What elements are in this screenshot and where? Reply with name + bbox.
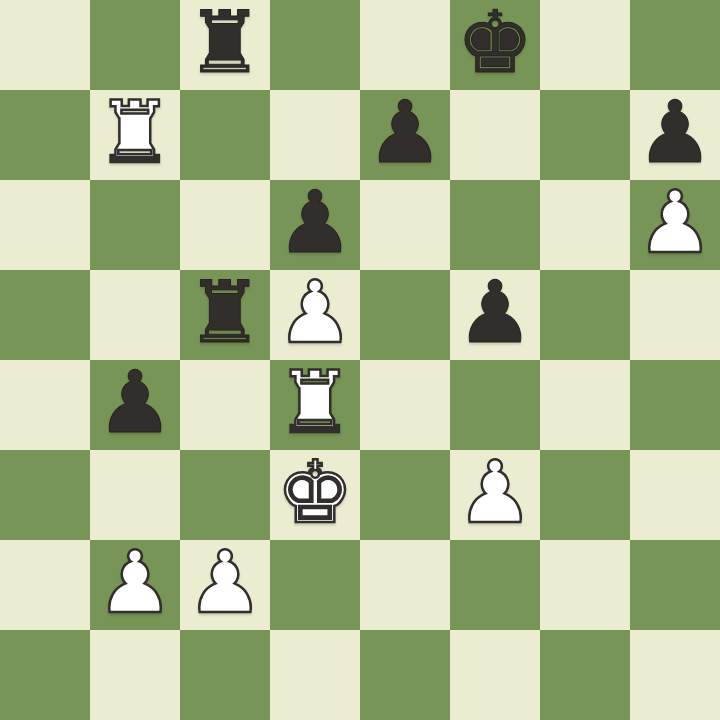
square-g8[interactable] (540, 0, 630, 90)
black-king-f8[interactable]: ♚ (456, 0, 533, 85)
square-b7[interactable]: ♜ (90, 90, 180, 180)
square-e1[interactable] (360, 630, 450, 720)
square-e5[interactable] (360, 270, 450, 360)
square-f5[interactable]: ♟ (450, 270, 540, 360)
square-a5[interactable] (0, 270, 90, 360)
square-d3[interactable]: ♚ (270, 450, 360, 540)
square-b2[interactable]: ♟ (90, 540, 180, 630)
square-a4[interactable] (0, 360, 90, 450)
white-pawn-d5[interactable]: ♟ (276, 269, 353, 355)
square-d5[interactable]: ♟ (270, 270, 360, 360)
square-e3[interactable] (360, 450, 450, 540)
black-pawn-h7[interactable]: ♟ (636, 89, 713, 175)
square-h4[interactable] (630, 360, 720, 450)
white-pawn-b2[interactable]: ♟ (96, 539, 173, 625)
square-a2[interactable] (0, 540, 90, 630)
square-d6[interactable]: ♟ (270, 180, 360, 270)
white-king-d3[interactable]: ♚ (276, 449, 353, 535)
square-e8[interactable] (360, 0, 450, 90)
square-d1[interactable] (270, 630, 360, 720)
white-pawn-c2[interactable]: ♟ (186, 539, 263, 625)
square-a8[interactable] (0, 0, 90, 90)
white-pawn-f3[interactable]: ♟ (456, 449, 533, 535)
black-pawn-e7[interactable]: ♟ (366, 89, 443, 175)
square-b8[interactable] (90, 0, 180, 90)
square-c2[interactable]: ♟ (180, 540, 270, 630)
black-pawn-b4[interactable]: ♟ (96, 359, 173, 445)
square-h7[interactable]: ♟ (630, 90, 720, 180)
square-e2[interactable] (360, 540, 450, 630)
square-c1[interactable] (180, 630, 270, 720)
square-h2[interactable] (630, 540, 720, 630)
square-h6[interactable]: ♟ (630, 180, 720, 270)
square-f8[interactable]: ♚ (450, 0, 540, 90)
square-b1[interactable] (90, 630, 180, 720)
square-h5[interactable] (630, 270, 720, 360)
square-h1[interactable] (630, 630, 720, 720)
square-d7[interactable] (270, 90, 360, 180)
black-rook-c8[interactable]: ♜ (186, 0, 263, 85)
chess-board: ♜♚♜♟♟♟♟♜♟♟♟♜♚♟♟♟ (0, 0, 720, 720)
square-h3[interactable] (630, 450, 720, 540)
black-pawn-d6[interactable]: ♟ (276, 179, 353, 265)
square-g4[interactable] (540, 360, 630, 450)
square-f3[interactable]: ♟ (450, 450, 540, 540)
square-g3[interactable] (540, 450, 630, 540)
square-a6[interactable] (0, 180, 90, 270)
square-c8[interactable]: ♜ (180, 0, 270, 90)
square-f1[interactable] (450, 630, 540, 720)
square-a7[interactable] (0, 90, 90, 180)
square-f4[interactable] (450, 360, 540, 450)
white-rook-b7[interactable]: ♜ (96, 89, 173, 175)
square-h8[interactable] (630, 0, 720, 90)
white-rook-d4[interactable]: ♜ (276, 359, 353, 445)
square-c6[interactable] (180, 180, 270, 270)
square-b4[interactable]: ♟ (90, 360, 180, 450)
square-f7[interactable] (450, 90, 540, 180)
square-e6[interactable] (360, 180, 450, 270)
square-g6[interactable] (540, 180, 630, 270)
square-d4[interactable]: ♜ (270, 360, 360, 450)
square-g5[interactable] (540, 270, 630, 360)
square-e7[interactable]: ♟ (360, 90, 450, 180)
black-rook-c5[interactable]: ♜ (186, 269, 263, 355)
square-c7[interactable] (180, 90, 270, 180)
square-g1[interactable] (540, 630, 630, 720)
square-f2[interactable] (450, 540, 540, 630)
square-f6[interactable] (450, 180, 540, 270)
square-c3[interactable] (180, 450, 270, 540)
square-b3[interactable] (90, 450, 180, 540)
square-d8[interactable] (270, 0, 360, 90)
white-pawn-h6[interactable]: ♟ (636, 179, 713, 265)
square-a1[interactable] (0, 630, 90, 720)
square-b5[interactable] (90, 270, 180, 360)
black-pawn-f5[interactable]: ♟ (456, 269, 533, 355)
square-a3[interactable] (0, 450, 90, 540)
square-c4[interactable] (180, 360, 270, 450)
square-d2[interactable] (270, 540, 360, 630)
square-g7[interactable] (540, 90, 630, 180)
square-c5[interactable]: ♜ (180, 270, 270, 360)
square-g2[interactable] (540, 540, 630, 630)
square-b6[interactable] (90, 180, 180, 270)
square-e4[interactable] (360, 360, 450, 450)
